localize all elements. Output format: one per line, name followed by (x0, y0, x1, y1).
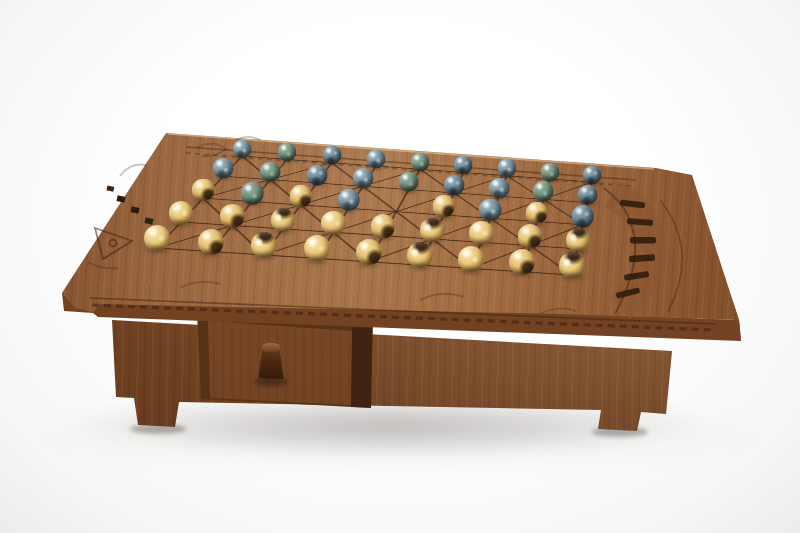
marble-yellow[interactable] (469, 221, 493, 245)
marble-yellow[interactable] (289, 185, 312, 208)
marble-blue[interactable] (337, 189, 360, 212)
marble-blue[interactable] (306, 165, 327, 186)
marble-blue[interactable] (398, 171, 419, 192)
marble-blue[interactable] (489, 178, 510, 199)
marble-blue[interactable] (497, 159, 516, 178)
marble-blue[interactable] (322, 146, 341, 165)
marbles-layer (0, 0, 800, 533)
marble-blue[interactable] (213, 158, 234, 179)
marble-blue[interactable] (479, 198, 502, 221)
marble-blue[interactable] (577, 184, 598, 205)
marble-yellow[interactable] (458, 246, 484, 272)
marble-blue[interactable] (533, 181, 554, 202)
marble-blue[interactable] (454, 156, 473, 175)
marble-blue[interactable] (260, 161, 281, 182)
marble-blue[interactable] (540, 162, 559, 181)
marble-yellow[interactable] (304, 235, 330, 261)
scene (0, 0, 800, 533)
marble-blue[interactable] (583, 165, 602, 184)
marble-yellow[interactable] (271, 208, 295, 232)
marble-yellow[interactable] (526, 202, 549, 225)
marble-yellow[interactable] (559, 252, 585, 278)
marble-blue[interactable] (444, 175, 465, 196)
marble-yellow[interactable] (220, 204, 244, 228)
marble-yellow[interactable] (192, 178, 215, 201)
marble-yellow[interactable] (518, 224, 542, 248)
marble-yellow[interactable] (144, 225, 170, 251)
marble-blue[interactable] (353, 168, 374, 189)
marble-yellow[interactable] (251, 232, 277, 258)
marble-yellow[interactable] (169, 201, 193, 225)
marble-yellow[interactable] (420, 218, 444, 242)
marble-yellow[interactable] (371, 214, 395, 238)
marble-blue[interactable] (410, 152, 429, 171)
marble-yellow[interactable] (356, 239, 382, 265)
marble-yellow[interactable] (432, 195, 455, 218)
marble-yellow[interactable] (198, 229, 224, 255)
marble-yellow[interactable] (321, 211, 345, 235)
marble-yellow[interactable] (509, 249, 535, 275)
marble-blue[interactable] (278, 143, 297, 162)
marble-yellow[interactable] (566, 227, 590, 251)
marble-blue[interactable] (241, 182, 264, 205)
marble-yellow[interactable] (407, 242, 433, 268)
marble-blue[interactable] (572, 205, 595, 228)
marble-blue[interactable] (367, 149, 386, 168)
marble-blue[interactable] (233, 139, 252, 158)
